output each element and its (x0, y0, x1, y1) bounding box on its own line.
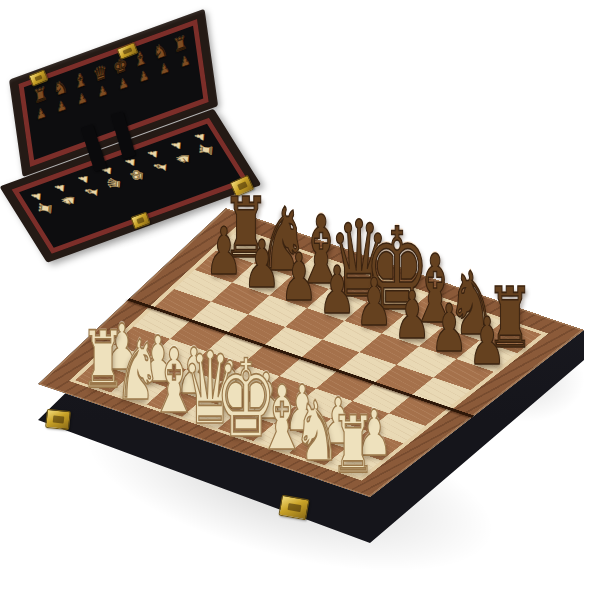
boxed-light-bishop: ♝ (83, 184, 100, 199)
brass-latch-board (45, 409, 71, 430)
boxed-dark-pawn: ♟ (179, 54, 191, 70)
boxed-dark-pawn: ♟ (117, 76, 129, 92)
boxed-dark-queen: ♛ (92, 63, 109, 85)
boxed-light-knight: ♞ (175, 151, 192, 166)
boxed-light-bishop: ♝ (152, 159, 169, 174)
boxed-light-king: ♚ (129, 167, 146, 182)
boxed-dark-pawn: ♟ (35, 106, 47, 122)
boxed-light-pawn: ♟ (170, 139, 183, 150)
boxed-dark-pawn: ♟ (138, 69, 150, 85)
boxed-dark-rook: ♜ (32, 84, 49, 106)
boxed-dark-knight: ♞ (52, 77, 69, 99)
boxed-light-pawn: ♟ (147, 148, 160, 159)
boxed-dark-pawn: ♟ (97, 84, 109, 100)
boxed-light-rook: ♜ (38, 201, 55, 216)
boxed-light-knight: ♞ (60, 192, 77, 207)
boxed-light-pawn: ♟ (77, 173, 90, 184)
boxed-light-queen: ♛ (106, 176, 123, 191)
boxed-dark-pawn: ♟ (56, 99, 68, 115)
boxed-light-rook: ♜ (198, 142, 215, 157)
boxed-dark-pawn: ♟ (76, 91, 88, 107)
boxed-dark-pawn: ♟ (158, 61, 170, 77)
boxed-light-pawn: ♟ (53, 182, 66, 193)
boxed-light-pawn: ♟ (194, 131, 207, 142)
chess-set-product-photo: ♜♞♝♛♚♝♞♜ ♟♟♟♟♟♟♟♟ ♟♟♟♟♟♟♟♟ ♜♞♝♛♚♝♞♜ ♜♞♝♛… (0, 0, 600, 600)
